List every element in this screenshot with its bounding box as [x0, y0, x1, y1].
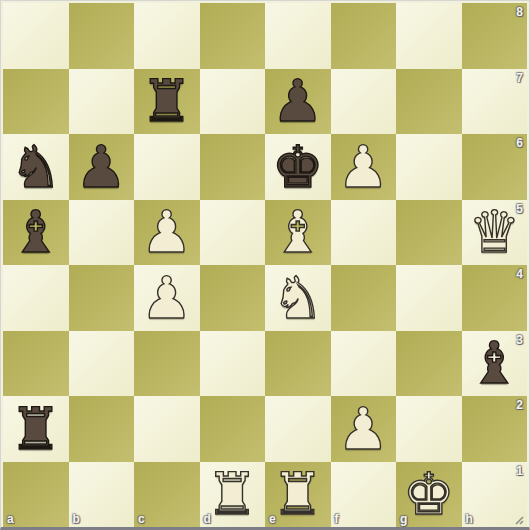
rank-label-1: 1	[516, 465, 523, 477]
file-label-f: f	[335, 513, 339, 525]
square-c1[interactable]: c	[134, 462, 200, 528]
square-c6[interactable]	[134, 134, 200, 200]
square-a2[interactable]: ♜	[3, 396, 69, 462]
square-f3[interactable]	[331, 331, 397, 397]
square-g5[interactable]	[396, 200, 462, 266]
square-h1[interactable]: 1h	[462, 462, 528, 528]
square-h3[interactable]: 3♝	[462, 331, 528, 397]
white-pawn-piece[interactable]: ♟	[141, 267, 193, 329]
file-label-c: c	[138, 513, 145, 525]
square-f5[interactable]	[331, 200, 397, 266]
square-b3[interactable]	[69, 331, 135, 397]
square-e2[interactable]	[265, 396, 331, 462]
square-e3[interactable]	[265, 331, 331, 397]
chess-board-frame: 8♜♟7♞♟♚♟6♝♟♝5♛♟♞43♝♜♟2abcd♜e♜fg♚1h	[0, 0, 530, 530]
white-knight-piece[interactable]: ♞	[272, 267, 324, 329]
square-e5[interactable]: ♝	[265, 200, 331, 266]
white-rook-piece[interactable]: ♜	[272, 463, 324, 525]
square-f2[interactable]: ♟	[331, 396, 397, 462]
square-b4[interactable]	[69, 265, 135, 331]
white-pawn-piece[interactable]: ♟	[337, 136, 389, 198]
resize-grip-icon[interactable]	[512, 513, 524, 525]
square-h7[interactable]: 7	[462, 69, 528, 135]
file-label-h: h	[466, 513, 473, 525]
white-rook-piece[interactable]: ♜	[206, 463, 258, 525]
square-c4[interactable]: ♟	[134, 265, 200, 331]
rank-label-2: 2	[516, 399, 523, 411]
square-e6[interactable]: ♚	[265, 134, 331, 200]
square-f4[interactable]	[331, 265, 397, 331]
square-h8[interactable]: 8	[462, 3, 528, 69]
square-b2[interactable]	[69, 396, 135, 462]
black-king-piece[interactable]: ♚	[272, 136, 324, 198]
square-h2[interactable]: 2	[462, 396, 528, 462]
square-e4[interactable]: ♞	[265, 265, 331, 331]
square-a1[interactable]: a	[3, 462, 69, 528]
square-b6[interactable]: ♟	[69, 134, 135, 200]
black-rook-piece[interactable]: ♜	[10, 398, 62, 460]
square-g7[interactable]	[396, 69, 462, 135]
square-g3[interactable]	[396, 331, 462, 397]
file-label-a: a	[7, 513, 14, 525]
square-d1[interactable]: d♜	[200, 462, 266, 528]
square-g2[interactable]	[396, 396, 462, 462]
square-c8[interactable]	[134, 3, 200, 69]
square-b8[interactable]	[69, 3, 135, 69]
square-b1[interactable]: b	[69, 462, 135, 528]
square-a5[interactable]: ♝	[3, 200, 69, 266]
square-g4[interactable]	[396, 265, 462, 331]
square-d6[interactable]	[200, 134, 266, 200]
square-c5[interactable]: ♟	[134, 200, 200, 266]
black-rook-piece[interactable]: ♜	[141, 70, 193, 132]
square-d2[interactable]	[200, 396, 266, 462]
square-a3[interactable]	[3, 331, 69, 397]
black-bishop-piece[interactable]: ♝	[468, 332, 520, 394]
square-g1[interactable]: g♚	[396, 462, 462, 528]
square-a8[interactable]	[3, 3, 69, 69]
square-f7[interactable]	[331, 69, 397, 135]
square-a7[interactable]	[3, 69, 69, 135]
square-a4[interactable]	[3, 265, 69, 331]
square-a6[interactable]: ♞	[3, 134, 69, 200]
square-f6[interactable]: ♟	[331, 134, 397, 200]
square-f1[interactable]: f	[331, 462, 397, 528]
square-f8[interactable]	[331, 3, 397, 69]
black-pawn-piece[interactable]: ♟	[272, 70, 324, 132]
square-c3[interactable]	[134, 331, 200, 397]
square-e8[interactable]	[265, 3, 331, 69]
square-h5[interactable]: 5♛	[462, 200, 528, 266]
rank-label-6: 6	[516, 137, 523, 149]
square-c7[interactable]: ♜	[134, 69, 200, 135]
square-d3[interactable]	[200, 331, 266, 397]
square-g8[interactable]	[396, 3, 462, 69]
square-e1[interactable]: e♜	[265, 462, 331, 528]
rank-label-4: 4	[516, 268, 523, 280]
white-pawn-piece[interactable]: ♟	[337, 398, 389, 460]
black-pawn-piece[interactable]: ♟	[75, 136, 127, 198]
rank-label-8: 8	[516, 6, 523, 18]
square-b5[interactable]	[69, 200, 135, 266]
white-queen-piece[interactable]: ♛	[468, 201, 520, 263]
white-king-piece[interactable]: ♚	[403, 463, 455, 525]
square-b7[interactable]	[69, 69, 135, 135]
black-bishop-piece[interactable]: ♝	[10, 201, 62, 263]
chess-board: 8♜♟7♞♟♚♟6♝♟♝5♛♟♞43♝♜♟2abcd♜e♜fg♚1h	[3, 3, 527, 527]
square-d4[interactable]	[200, 265, 266, 331]
square-d7[interactable]	[200, 69, 266, 135]
white-bishop-piece[interactable]: ♝	[272, 201, 324, 263]
white-pawn-piece[interactable]: ♟	[141, 201, 193, 263]
square-d5[interactable]	[200, 200, 266, 266]
file-label-b: b	[73, 513, 80, 525]
square-h4[interactable]: 4	[462, 265, 528, 331]
black-knight-piece[interactable]: ♞	[10, 136, 62, 198]
square-e7[interactable]: ♟	[265, 69, 331, 135]
square-d8[interactable]	[200, 3, 266, 69]
square-c2[interactable]	[134, 396, 200, 462]
rank-label-7: 7	[516, 72, 523, 84]
square-g6[interactable]	[396, 134, 462, 200]
square-h6[interactable]: 6	[462, 134, 528, 200]
